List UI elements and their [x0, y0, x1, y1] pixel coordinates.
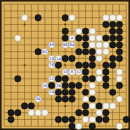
move-number: 10 [63, 70, 68, 74]
black-stone[interactable] [55, 96, 61, 102]
white-stone[interactable] [15, 35, 21, 41]
move-number: 62 [43, 50, 48, 54]
white-stone[interactable] [96, 48, 102, 54]
black-stone[interactable] [55, 76, 61, 82]
white-stone[interactable] [109, 15, 115, 21]
white-stone[interactable] [76, 123, 82, 129]
black-stone[interactable] [62, 116, 68, 122]
move-number: 24 [49, 90, 54, 94]
black-stone[interactable] [82, 35, 88, 41]
black-stone[interactable] [48, 82, 54, 88]
star-point [24, 24, 26, 26]
white-stone[interactable] [89, 42, 95, 48]
white-stone[interactable] [116, 15, 122, 21]
black-stone[interactable] [103, 116, 109, 122]
black-stone[interactable] [35, 15, 41, 21]
white-stone[interactable] [116, 123, 122, 129]
black-stone[interactable] [123, 116, 129, 122]
black-stone[interactable] [109, 21, 115, 27]
white-stone[interactable] [35, 109, 41, 115]
black-stone[interactable] [103, 21, 109, 27]
black-stone[interactable] [82, 69, 88, 75]
black-stone[interactable] [89, 55, 95, 61]
black-stone[interactable] [8, 116, 14, 122]
black-stone[interactable] [35, 48, 41, 54]
black-stone[interactable] [82, 109, 88, 115]
black-stone[interactable] [55, 89, 61, 95]
black-stone[interactable] [69, 116, 75, 122]
white-stone[interactable] [109, 103, 115, 109]
black-stone[interactable] [103, 82, 109, 88]
white-stone[interactable] [89, 28, 95, 34]
black-stone[interactable] [55, 62, 61, 68]
white-stone[interactable] [82, 116, 88, 122]
black-stone[interactable] [103, 69, 109, 75]
black-stone[interactable] [69, 82, 75, 88]
black-stone[interactable] [69, 55, 75, 61]
black-stone[interactable] [116, 82, 122, 88]
black-stone[interactable] [82, 28, 88, 34]
black-stone[interactable] [82, 76, 88, 82]
star-point [64, 105, 66, 107]
white-stone[interactable] [76, 28, 82, 34]
white-stone[interactable] [116, 96, 122, 102]
black-stone[interactable] [109, 89, 115, 95]
move-number: 76 [49, 63, 54, 67]
black-stone[interactable] [21, 103, 27, 109]
move-number: 22 [49, 77, 54, 81]
white-stone[interactable] [89, 103, 95, 109]
black-stone[interactable] [82, 103, 88, 109]
move-number: 66 [63, 43, 68, 47]
white-stone[interactable] [89, 116, 95, 122]
black-stone[interactable] [62, 15, 68, 21]
black-stone[interactable] [62, 28, 68, 34]
black-stone[interactable] [15, 76, 21, 82]
black-stone[interactable] [96, 103, 102, 109]
white-stone[interactable] [96, 109, 102, 115]
black-stone[interactable] [62, 96, 68, 102]
black-stone[interactable] [62, 55, 68, 61]
white-stone[interactable] [96, 42, 102, 48]
black-stone[interactable] [109, 42, 115, 48]
black-stone[interactable] [82, 48, 88, 54]
black-stone[interactable] [103, 35, 109, 41]
white-stone[interactable] [28, 109, 34, 115]
move-number: 68 [49, 43, 54, 47]
black-stone[interactable] [62, 82, 68, 88]
black-stone[interactable] [62, 76, 68, 82]
black-stone[interactable] [69, 96, 75, 102]
go-board-svg[interactable]: 468666462181476108122228262434 [0, 0, 130, 130]
white-stone[interactable] [89, 35, 95, 41]
white-stone[interactable] [82, 96, 88, 102]
black-stone[interactable] [89, 123, 95, 129]
move-number: 64 [70, 43, 75, 47]
move-number: 28 [43, 84, 48, 88]
black-stone[interactable] [103, 109, 109, 115]
move-number: 34 [36, 97, 41, 101]
black-stone[interactable] [89, 76, 95, 82]
black-stone[interactable] [8, 109, 14, 115]
move-number: 12 [76, 70, 81, 74]
black-stone[interactable] [28, 103, 34, 109]
black-stone[interactable] [69, 89, 75, 95]
black-stone[interactable] [103, 62, 109, 68]
black-stone[interactable] [62, 35, 68, 41]
black-stone[interactable] [96, 116, 102, 122]
move-number: 26 [56, 84, 61, 88]
white-stone[interactable] [103, 103, 109, 109]
black-stone[interactable] [116, 42, 122, 48]
white-stone[interactable] [116, 69, 122, 75]
move-number: 14 [56, 57, 61, 61]
black-stone[interactable] [116, 55, 122, 61]
black-stone[interactable] [76, 109, 82, 115]
white-stone[interactable] [96, 55, 102, 61]
white-stone[interactable] [89, 89, 95, 95]
white-stone[interactable] [116, 76, 122, 82]
white-stone[interactable] [69, 15, 75, 21]
black-stone[interactable] [76, 35, 82, 41]
move-number: 18 [49, 57, 54, 61]
white-stone[interactable] [96, 76, 102, 82]
black-stone[interactable] [109, 55, 115, 61]
black-stone[interactable] [116, 28, 122, 34]
black-stone[interactable] [116, 35, 122, 41]
black-stone[interactable] [116, 21, 122, 27]
white-stone[interactable] [96, 69, 102, 75]
black-stone[interactable] [76, 62, 82, 68]
black-stone[interactable] [76, 82, 82, 88]
black-stone[interactable] [62, 89, 68, 95]
star-point [64, 24, 66, 26]
black-stone[interactable] [15, 109, 21, 115]
white-stone[interactable] [103, 42, 109, 48]
black-stone[interactable] [82, 42, 88, 48]
black-stone[interactable] [89, 48, 95, 54]
black-stone[interactable] [109, 35, 115, 41]
black-stone[interactable] [82, 62, 88, 68]
black-stone[interactable] [103, 76, 109, 82]
black-stone[interactable] [109, 28, 115, 34]
white-stone[interactable] [42, 109, 48, 115]
star-point [64, 64, 66, 66]
white-stone[interactable] [21, 15, 27, 21]
white-stone[interactable] [89, 82, 95, 88]
go-board-diagram[interactable]: 468666462181476108122228262434 [0, 0, 130, 130]
black-stone[interactable] [89, 62, 95, 68]
black-stone[interactable] [55, 116, 61, 122]
white-stone[interactable] [103, 15, 109, 21]
star-point [24, 64, 26, 66]
black-stone[interactable] [69, 123, 75, 129]
white-stone[interactable] [96, 35, 102, 41]
black-stone[interactable] [82, 89, 88, 95]
black-stone[interactable] [109, 62, 115, 68]
white-stone[interactable] [103, 48, 109, 54]
black-stone[interactable] [89, 96, 95, 102]
black-stone[interactable] [116, 48, 122, 54]
black-stone[interactable] [76, 48, 82, 54]
